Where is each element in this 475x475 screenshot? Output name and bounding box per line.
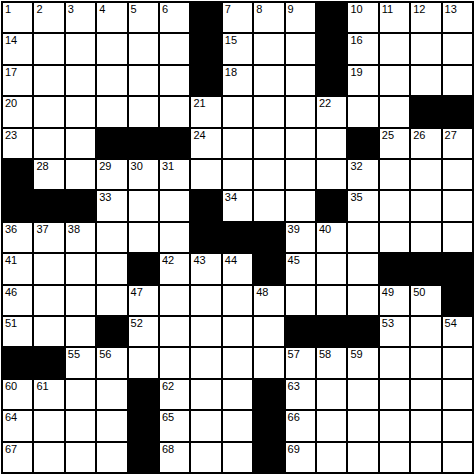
white-square-r12c10[interactable]: 57 xyxy=(286,348,315,377)
clue-number-2: 2 xyxy=(36,3,42,15)
white-square-r15c3[interactable] xyxy=(66,443,95,472)
white-square-r10c11[interactable] xyxy=(317,286,346,315)
clue-number-66: 66 xyxy=(288,411,300,423)
black-square-r5c5 xyxy=(129,129,158,158)
clue-number-57: 57 xyxy=(288,348,300,360)
white-square-r8c2[interactable]: 37 xyxy=(34,223,63,252)
clue-number-34: 34 xyxy=(225,191,237,203)
white-square-r4c8[interactable] xyxy=(223,97,252,126)
white-square-r7c12[interactable]: 35 xyxy=(348,191,377,220)
white-square-r2c12[interactable]: 16 xyxy=(348,34,377,63)
clue-number-22: 22 xyxy=(319,97,331,109)
white-square-r2c8[interactable]: 15 xyxy=(223,34,252,63)
white-square-r1c4[interactable]: 4 xyxy=(97,3,126,32)
clue-number-26: 26 xyxy=(413,129,425,141)
clue-number-36: 36 xyxy=(5,223,17,235)
clue-number-13: 13 xyxy=(445,3,457,15)
white-square-r1c10[interactable]: 9 xyxy=(286,3,315,32)
white-square-r1c6[interactable]: 6 xyxy=(160,3,189,32)
white-square-r15c6[interactable]: 68 xyxy=(160,443,189,472)
clue-number-14: 14 xyxy=(5,34,17,46)
white-square-r4c3[interactable] xyxy=(66,97,95,126)
white-square-r15c14[interactable] xyxy=(411,443,440,472)
white-square-r8c14[interactable] xyxy=(411,223,440,252)
white-square-r6c14[interactable] xyxy=(411,160,440,189)
white-square-r4c9[interactable] xyxy=(254,97,283,126)
white-square-r14c8[interactable] xyxy=(223,411,252,440)
white-square-r3c4[interactable] xyxy=(97,66,126,95)
clue-number-64: 64 xyxy=(5,411,17,423)
white-square-r6c11[interactable] xyxy=(317,160,346,189)
white-square-r12c13[interactable] xyxy=(380,348,409,377)
clue-number-21: 21 xyxy=(193,97,205,109)
white-square-r10c4[interactable] xyxy=(97,286,126,315)
white-square-r8c1[interactable]: 36 xyxy=(3,223,32,252)
white-square-r13c4[interactable] xyxy=(97,380,126,409)
white-square-r13c10[interactable]: 63 xyxy=(286,380,315,409)
white-square-r9c12[interactable] xyxy=(348,254,377,283)
white-square-r3c13[interactable] xyxy=(380,66,409,95)
black-square-r14c9 xyxy=(254,411,283,440)
white-square-r11c6[interactable] xyxy=(160,317,189,346)
clue-number-12: 12 xyxy=(413,3,425,15)
black-square-r14c5 xyxy=(129,411,158,440)
clue-number-10: 10 xyxy=(350,3,362,15)
clue-number-15: 15 xyxy=(225,34,237,46)
white-square-r13c2[interactable]: 61 xyxy=(34,380,63,409)
white-square-r7c6[interactable] xyxy=(160,191,189,220)
white-square-r14c4[interactable] xyxy=(97,411,126,440)
white-square-r2c14[interactable] xyxy=(411,34,440,63)
clue-number-35: 35 xyxy=(350,191,362,203)
white-square-r2c10[interactable] xyxy=(286,34,315,63)
white-square-r13c13[interactable] xyxy=(380,380,409,409)
white-square-r1c1[interactable]: 1 xyxy=(3,3,32,32)
white-square-r6c9[interactable] xyxy=(254,160,283,189)
white-square-r1c8[interactable]: 7 xyxy=(223,3,252,32)
white-square-r10c3[interactable] xyxy=(66,286,95,315)
white-square-r10c14[interactable]: 50 xyxy=(411,286,440,315)
white-square-r8c13[interactable] xyxy=(380,223,409,252)
clue-number-19: 19 xyxy=(350,66,362,78)
black-square-r9c5 xyxy=(129,254,158,283)
clue-number-1: 1 xyxy=(5,3,11,15)
clue-number-7: 7 xyxy=(225,3,231,15)
white-square-r15c13[interactable] xyxy=(380,443,409,472)
clue-number-24: 24 xyxy=(193,129,205,141)
white-square-r1c12[interactable]: 10 xyxy=(348,3,377,32)
white-square-r11c1[interactable]: 51 xyxy=(3,317,32,346)
white-square-r1c9[interactable]: 8 xyxy=(254,3,283,32)
black-square-r1c7 xyxy=(191,3,220,32)
crossword-page: 1234567891011121314151617181920212223242… xyxy=(0,0,475,475)
clue-number-63: 63 xyxy=(288,380,300,392)
white-square-r14c12[interactable] xyxy=(348,411,377,440)
white-square-r15c7[interactable] xyxy=(191,443,220,472)
white-square-r4c1[interactable]: 20 xyxy=(3,97,32,126)
white-square-r2c5[interactable] xyxy=(129,34,158,63)
white-square-r12c3[interactable]: 55 xyxy=(66,348,95,377)
clue-number-29: 29 xyxy=(99,160,111,172)
white-square-r7c14[interactable] xyxy=(411,191,440,220)
white-square-r8c4[interactable] xyxy=(97,223,126,252)
clue-number-9: 9 xyxy=(288,3,294,15)
white-square-r3c3[interactable] xyxy=(66,66,95,95)
white-square-r12c8[interactable] xyxy=(223,348,252,377)
black-square-r15c5 xyxy=(129,443,158,472)
clue-number-59: 59 xyxy=(350,348,362,360)
black-square-r7c7 xyxy=(191,191,220,220)
white-square-r2c15[interactable] xyxy=(443,34,472,63)
white-square-r13c15[interactable] xyxy=(443,380,472,409)
white-square-r14c15[interactable] xyxy=(443,411,472,440)
clue-number-55: 55 xyxy=(68,348,80,360)
clue-number-69: 69 xyxy=(288,443,300,455)
white-square-r14c2[interactable] xyxy=(34,411,63,440)
clue-number-17: 17 xyxy=(5,66,17,78)
clue-number-16: 16 xyxy=(350,34,362,46)
white-square-r13c8[interactable] xyxy=(223,380,252,409)
white-square-r6c6[interactable]: 31 xyxy=(160,160,189,189)
white-square-r4c4[interactable] xyxy=(97,97,126,126)
clue-number-44: 44 xyxy=(225,254,237,266)
white-square-r6c8[interactable] xyxy=(223,160,252,189)
black-square-r11c4 xyxy=(97,317,126,346)
white-square-r12c14[interactable] xyxy=(411,348,440,377)
white-square-r13c11[interactable] xyxy=(317,380,346,409)
black-square-r9c9 xyxy=(254,254,283,283)
white-square-r1c13[interactable]: 11 xyxy=(380,3,409,32)
white-square-r14c13[interactable] xyxy=(380,411,409,440)
white-square-r12c5[interactable] xyxy=(129,348,158,377)
white-square-r11c8[interactable] xyxy=(223,317,252,346)
white-square-r4c13[interactable] xyxy=(380,97,409,126)
white-square-r15c11[interactable] xyxy=(317,443,346,472)
white-square-r10c6[interactable] xyxy=(160,286,189,315)
white-square-r11c3[interactable] xyxy=(66,317,95,346)
clue-number-27: 27 xyxy=(445,129,457,141)
white-square-r10c12[interactable] xyxy=(348,286,377,315)
white-square-r3c14[interactable] xyxy=(411,66,440,95)
clue-number-56: 56 xyxy=(99,348,111,360)
white-square-r7c13[interactable] xyxy=(380,191,409,220)
white-square-r14c10[interactable]: 66 xyxy=(286,411,315,440)
white-square-r10c5[interactable]: 47 xyxy=(129,286,158,315)
clue-number-8: 8 xyxy=(256,3,262,15)
white-square-r14c11[interactable] xyxy=(317,411,346,440)
clue-number-11: 11 xyxy=(382,3,393,15)
clue-number-6: 6 xyxy=(162,3,168,15)
clue-number-30: 30 xyxy=(131,160,143,172)
white-square-r13c1[interactable]: 60 xyxy=(3,380,32,409)
crossword-board: 1234567891011121314151617181920212223242… xyxy=(1,1,474,474)
black-square-r8c8 xyxy=(223,223,252,252)
clue-number-43: 43 xyxy=(193,254,205,266)
white-square-r1c14[interactable]: 12 xyxy=(411,3,440,32)
black-square-r4c14 xyxy=(411,97,440,126)
white-square-r5c1[interactable]: 23 xyxy=(3,129,32,158)
white-square-r14c3[interactable] xyxy=(66,411,95,440)
white-square-r8c12[interactable] xyxy=(348,223,377,252)
white-square-r1c5[interactable]: 5 xyxy=(129,3,158,32)
white-square-r6c12[interactable]: 32 xyxy=(348,160,377,189)
clue-number-28: 28 xyxy=(36,160,48,172)
white-square-r2c3[interactable] xyxy=(66,34,95,63)
white-square-r12c9[interactable] xyxy=(254,348,283,377)
white-square-r14c7[interactable] xyxy=(191,411,220,440)
black-square-r4c15 xyxy=(443,97,472,126)
white-square-r4c6[interactable] xyxy=(160,97,189,126)
white-square-r2c4[interactable] xyxy=(97,34,126,63)
clue-number-45: 45 xyxy=(288,254,300,266)
white-square-r2c1[interactable]: 14 xyxy=(3,34,32,63)
white-square-r10c9[interactable]: 48 xyxy=(254,286,283,315)
white-square-r10c7[interactable] xyxy=(191,286,220,315)
white-square-r11c14[interactable] xyxy=(411,317,440,346)
white-square-r4c10[interactable] xyxy=(286,97,315,126)
white-square-r11c9[interactable] xyxy=(254,317,283,346)
white-square-r6c3[interactable] xyxy=(66,160,95,189)
white-square-r9c3[interactable] xyxy=(66,254,95,283)
white-square-r14c14[interactable] xyxy=(411,411,440,440)
white-square-r13c14[interactable] xyxy=(411,380,440,409)
white-square-r3c5[interactable] xyxy=(129,66,158,95)
white-square-r9c2[interactable] xyxy=(34,254,63,283)
black-square-r9c13 xyxy=(380,254,409,283)
white-square-r9c8[interactable]: 44 xyxy=(223,254,252,283)
white-square-r15c1[interactable]: 67 xyxy=(3,443,32,472)
black-square-r11c10 xyxy=(286,317,315,346)
white-square-r13c3[interactable] xyxy=(66,380,95,409)
white-square-r7c8[interactable]: 34 xyxy=(223,191,252,220)
black-square-r15c9 xyxy=(254,443,283,472)
clue-number-31: 31 xyxy=(162,160,174,172)
white-square-r8c5[interactable] xyxy=(129,223,158,252)
clue-number-51: 51 xyxy=(5,317,17,329)
black-square-r11c11 xyxy=(317,317,346,346)
black-square-r1c11 xyxy=(317,3,346,32)
white-square-r1c15[interactable]: 13 xyxy=(443,3,472,32)
white-square-r13c6[interactable]: 62 xyxy=(160,380,189,409)
white-square-r11c7[interactable] xyxy=(191,317,220,346)
white-square-r3c2[interactable] xyxy=(34,66,63,95)
white-square-r4c11[interactable]: 22 xyxy=(317,97,346,126)
white-square-r5c14[interactable]: 26 xyxy=(411,129,440,158)
white-square-r10c10[interactable] xyxy=(286,286,315,315)
black-square-r12c1 xyxy=(3,348,32,377)
white-square-r6c7[interactable] xyxy=(191,160,220,189)
clue-number-62: 62 xyxy=(162,380,174,392)
white-square-r3c12[interactable]: 19 xyxy=(348,66,377,95)
clue-number-38: 38 xyxy=(68,223,80,235)
clue-number-46: 46 xyxy=(5,286,17,298)
clue-number-37: 37 xyxy=(36,223,48,235)
black-square-r8c7 xyxy=(191,223,220,252)
clue-number-39: 39 xyxy=(288,223,300,235)
white-square-r2c6[interactable] xyxy=(160,34,189,63)
clue-number-4: 4 xyxy=(99,3,105,15)
white-square-r5c3[interactable] xyxy=(66,129,95,158)
white-square-r9c1[interactable]: 41 xyxy=(3,254,32,283)
white-square-r7c5[interactable] xyxy=(129,191,158,220)
black-square-r10c15 xyxy=(443,286,472,315)
white-square-r12c6[interactable] xyxy=(160,348,189,377)
white-square-r3c1[interactable]: 17 xyxy=(3,66,32,95)
white-square-r11c13[interactable]: 53 xyxy=(380,317,409,346)
black-square-r7c11 xyxy=(317,191,346,220)
clue-number-61: 61 xyxy=(36,380,48,392)
white-square-r13c7[interactable] xyxy=(191,380,220,409)
white-square-r15c8[interactable] xyxy=(223,443,252,472)
white-square-r8c3[interactable]: 38 xyxy=(66,223,95,252)
white-square-r12c12[interactable]: 59 xyxy=(348,348,377,377)
white-square-r9c6[interactable]: 42 xyxy=(160,254,189,283)
black-square-r11c12 xyxy=(348,317,377,346)
white-square-r5c2[interactable] xyxy=(34,129,63,158)
white-square-r13c12[interactable] xyxy=(348,380,377,409)
white-square-r8c11[interactable]: 40 xyxy=(317,223,346,252)
white-square-r12c4[interactable]: 56 xyxy=(97,348,126,377)
clue-number-49: 49 xyxy=(382,286,394,298)
white-square-r9c10[interactable]: 45 xyxy=(286,254,315,283)
white-square-r14c6[interactable]: 65 xyxy=(160,411,189,440)
black-square-r13c9 xyxy=(254,380,283,409)
black-square-r7c1 xyxy=(3,191,32,220)
white-square-r1c2[interactable]: 2 xyxy=(34,3,63,32)
black-square-r3c7 xyxy=(191,66,220,95)
black-square-r12c2 xyxy=(34,348,63,377)
white-square-r4c7[interactable]: 21 xyxy=(191,97,220,126)
white-square-r2c2[interactable] xyxy=(34,34,63,63)
white-square-r10c8[interactable] xyxy=(223,286,252,315)
white-square-r3c8[interactable]: 18 xyxy=(223,66,252,95)
white-square-r5c7[interactable]: 24 xyxy=(191,129,220,158)
white-square-r7c10[interactable] xyxy=(286,191,315,220)
white-square-r11c2[interactable] xyxy=(34,317,63,346)
white-square-r3c9[interactable] xyxy=(254,66,283,95)
clue-number-3: 3 xyxy=(68,3,74,15)
black-square-r5c12 xyxy=(348,129,377,158)
clue-number-25: 25 xyxy=(382,129,394,141)
white-square-r9c4[interactable] xyxy=(97,254,126,283)
white-square-r4c5[interactable] xyxy=(129,97,158,126)
white-square-r7c9[interactable] xyxy=(254,191,283,220)
clue-number-47: 47 xyxy=(131,286,143,298)
black-square-r8c9 xyxy=(254,223,283,252)
clue-number-65: 65 xyxy=(162,411,174,423)
clue-number-48: 48 xyxy=(256,286,268,298)
black-square-r5c6 xyxy=(160,129,189,158)
white-square-r9c11[interactable] xyxy=(317,254,346,283)
white-square-r15c4[interactable] xyxy=(97,443,126,472)
white-square-r5c9[interactable] xyxy=(254,129,283,158)
clue-number-52: 52 xyxy=(131,317,143,329)
white-square-r4c2[interactable] xyxy=(34,97,63,126)
white-square-r15c12[interactable] xyxy=(348,443,377,472)
white-square-r5c15[interactable]: 27 xyxy=(443,129,472,158)
clue-number-58: 58 xyxy=(319,348,331,360)
white-square-r6c15[interactable] xyxy=(443,160,472,189)
black-square-r3c11 xyxy=(317,66,346,95)
white-square-r11c5[interactable]: 52 xyxy=(129,317,158,346)
black-square-r7c3 xyxy=(66,191,95,220)
white-square-r5c8[interactable] xyxy=(223,129,252,158)
clue-number-23: 23 xyxy=(5,129,17,141)
white-square-r6c13[interactable] xyxy=(380,160,409,189)
clue-number-33: 33 xyxy=(99,191,111,203)
clue-number-5: 5 xyxy=(131,3,137,15)
white-square-r10c13[interactable]: 49 xyxy=(380,286,409,315)
clue-number-54: 54 xyxy=(445,317,457,329)
clue-number-53: 53 xyxy=(382,317,394,329)
white-square-r6c10[interactable] xyxy=(286,160,315,189)
white-square-r6c5[interactable]: 30 xyxy=(129,160,158,189)
clue-number-20: 20 xyxy=(5,97,17,109)
white-square-r3c6[interactable] xyxy=(160,66,189,95)
white-square-r12c7[interactable] xyxy=(191,348,220,377)
clue-number-32: 32 xyxy=(350,160,362,172)
white-square-r6c2[interactable]: 28 xyxy=(34,160,63,189)
black-square-r9c15 xyxy=(443,254,472,283)
white-square-r3c10[interactable] xyxy=(286,66,315,95)
white-square-r1c3[interactable]: 3 xyxy=(66,3,95,32)
clue-number-50: 50 xyxy=(413,286,425,298)
black-square-r7c2 xyxy=(34,191,63,220)
clue-number-40: 40 xyxy=(319,223,331,235)
white-square-r3c15[interactable] xyxy=(443,66,472,95)
white-square-r2c9[interactable] xyxy=(254,34,283,63)
white-square-r14c1[interactable]: 64 xyxy=(3,411,32,440)
white-square-r7c4[interactable]: 33 xyxy=(97,191,126,220)
white-square-r5c11[interactable] xyxy=(317,129,346,158)
white-square-r9c7[interactable]: 43 xyxy=(191,254,220,283)
black-square-r13c5 xyxy=(129,380,158,409)
white-square-r12c15[interactable] xyxy=(443,348,472,377)
black-square-r2c11 xyxy=(317,34,346,63)
white-square-r4c12[interactable] xyxy=(348,97,377,126)
white-square-r10c2[interactable] xyxy=(34,286,63,315)
white-square-r11c15[interactable]: 54 xyxy=(443,317,472,346)
black-square-r6c1 xyxy=(3,160,32,189)
black-square-r9c14 xyxy=(411,254,440,283)
white-square-r7c15[interactable] xyxy=(443,191,472,220)
white-square-r15c10[interactable]: 69 xyxy=(286,443,315,472)
clue-number-41: 41 xyxy=(5,254,17,266)
white-square-r15c2[interactable] xyxy=(34,443,63,472)
black-square-r5c4 xyxy=(97,129,126,158)
white-square-r5c13[interactable]: 25 xyxy=(380,129,409,158)
clue-number-60: 60 xyxy=(5,380,17,392)
white-square-r15c15[interactable] xyxy=(443,443,472,472)
white-square-r10c1[interactable]: 46 xyxy=(3,286,32,315)
white-square-r8c10[interactable]: 39 xyxy=(286,223,315,252)
white-square-r12c11[interactable]: 58 xyxy=(317,348,346,377)
white-square-r2c13[interactable] xyxy=(380,34,409,63)
white-square-r6c4[interactable]: 29 xyxy=(97,160,126,189)
white-square-r8c15[interactable] xyxy=(443,223,472,252)
clue-number-42: 42 xyxy=(162,254,174,266)
clue-number-18: 18 xyxy=(225,66,237,78)
clue-number-67: 67 xyxy=(5,443,17,455)
clue-number-68: 68 xyxy=(162,443,174,455)
white-square-r5c10[interactable] xyxy=(286,129,315,158)
black-square-r2c7 xyxy=(191,34,220,63)
white-square-r8c6[interactable] xyxy=(160,223,189,252)
